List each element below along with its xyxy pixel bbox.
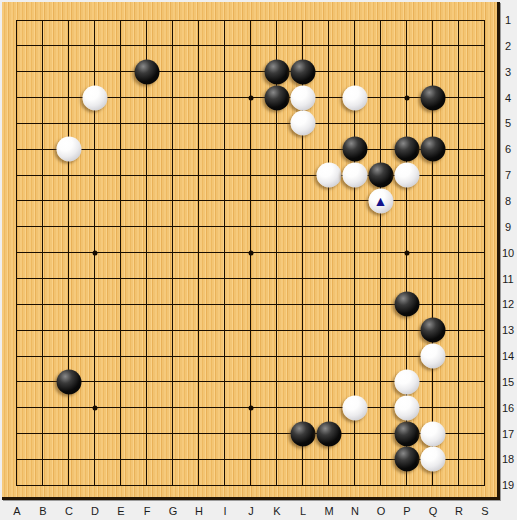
stone-black-P17[interactable]: [394, 421, 419, 446]
row-label-2: 2: [500, 38, 516, 54]
row-label-13: 13: [500, 322, 516, 338]
star-point-J16: [248, 405, 253, 410]
grid-line-h-14: [16, 356, 485, 357]
stone-white-N16[interactable]: [342, 395, 367, 420]
stone-white-Q18[interactable]: [420, 447, 445, 472]
stone-black-L3[interactable]: [290, 59, 315, 84]
stone-white-L5[interactable]: [290, 111, 315, 136]
row-label-15: 15: [500, 374, 516, 390]
col-label-A: A: [13, 503, 20, 519]
stone-black-F3[interactable]: [134, 59, 159, 84]
row-label-11: 11: [500, 271, 516, 287]
col-label-S: S: [481, 503, 488, 519]
go-app: ▲ABCDEFGHIJKLMNOPQRS12345678910111213141…: [0, 0, 517, 520]
col-label-K: K: [273, 503, 280, 519]
row-label-1: 1: [500, 12, 516, 28]
stone-white-Q14[interactable]: [420, 344, 445, 369]
grid-line-h-9: [16, 226, 485, 227]
grid-line-h-2: [16, 45, 485, 46]
col-label-D: D: [91, 503, 99, 519]
stone-black-Q13[interactable]: [420, 318, 445, 343]
col-label-F: F: [144, 503, 151, 519]
stone-black-P6[interactable]: [394, 137, 419, 162]
row-label-6: 6: [500, 141, 516, 157]
star-point-J4: [248, 95, 253, 100]
col-label-E: E: [117, 503, 124, 519]
grid-line-h-19: [16, 485, 485, 486]
col-label-M: M: [324, 503, 333, 519]
row-label-17: 17: [500, 426, 516, 442]
row-label-16: 16: [500, 400, 516, 416]
grid-line-h-1: [16, 20, 485, 21]
col-label-O: O: [377, 503, 386, 519]
stone-black-O7[interactable]: [368, 163, 393, 188]
col-label-B: B: [39, 503, 46, 519]
grid-line-h-8: [16, 200, 485, 201]
grid-line-h-11: [16, 278, 485, 279]
stone-black-K4[interactable]: [264, 85, 289, 110]
star-point-P10: [404, 250, 409, 255]
row-label-12: 12: [500, 296, 516, 312]
stone-white-L4[interactable]: [290, 85, 315, 110]
col-label-Q: Q: [429, 503, 438, 519]
col-label-J: J: [248, 503, 254, 519]
stone-white-P7[interactable]: [394, 163, 419, 188]
stone-white-C6[interactable]: [56, 137, 81, 162]
stone-white-O8[interactable]: ▲: [368, 188, 393, 213]
stone-black-N6[interactable]: [342, 137, 367, 162]
stone-white-N7[interactable]: [342, 163, 367, 188]
row-label-9: 9: [500, 219, 516, 235]
row-label-4: 4: [500, 90, 516, 106]
grid-line-h-3: [16, 71, 485, 72]
row-label-18: 18: [500, 451, 516, 467]
col-label-L: L: [300, 503, 306, 519]
row-label-7: 7: [500, 167, 516, 183]
grid-line-h-5: [16, 123, 485, 124]
row-label-14: 14: [500, 348, 516, 364]
col-label-C: C: [65, 503, 73, 519]
stone-black-L17[interactable]: [290, 421, 315, 446]
star-point-J10: [248, 250, 253, 255]
board-layer: ▲ABCDEFGHIJKLMNOPQRS12345678910111213141…: [0, 0, 517, 520]
row-label-19: 19: [500, 477, 516, 493]
col-label-P: P: [403, 503, 410, 519]
row-label-5: 5: [500, 115, 516, 131]
star-point-P4: [404, 95, 409, 100]
col-label-R: R: [455, 503, 463, 519]
row-label-3: 3: [500, 64, 516, 80]
row-label-10: 10: [500, 245, 516, 261]
stone-black-Q4[interactable]: [420, 85, 445, 110]
last-move-triangle-marker: ▲: [368, 188, 393, 213]
stone-white-P15[interactable]: [394, 369, 419, 394]
grid-line-h-13: [16, 330, 485, 331]
col-label-H: H: [195, 503, 203, 519]
stone-black-M17[interactable]: [316, 421, 341, 446]
star-point-D10: [92, 250, 97, 255]
stone-black-K3[interactable]: [264, 59, 289, 84]
stone-white-D4[interactable]: [82, 85, 107, 110]
col-label-G: G: [169, 503, 178, 519]
stone-white-P16[interactable]: [394, 395, 419, 420]
stone-white-N4[interactable]: [342, 85, 367, 110]
stone-black-C15[interactable]: [56, 369, 81, 394]
stone-black-P12[interactable]: [394, 292, 419, 317]
stone-white-Q17[interactable]: [420, 421, 445, 446]
row-label-8: 8: [500, 193, 516, 209]
star-point-D16: [92, 405, 97, 410]
col-label-N: N: [351, 503, 359, 519]
stone-black-Q6[interactable]: [420, 137, 445, 162]
stone-white-M7[interactable]: [316, 163, 341, 188]
stone-black-P18[interactable]: [394, 447, 419, 472]
col-label-I: I: [223, 503, 226, 519]
